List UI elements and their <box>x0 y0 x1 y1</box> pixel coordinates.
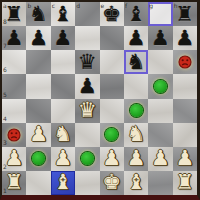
chess-board: ♜a8♞b♝cd♚e♝fg♜h♟7♟♟♟♟♟6♛♞5♟4♛3♟♞♞♟2♟♟♟♟♟… <box>2 2 197 195</box>
white-king-piece[interactable]: ♚ <box>102 172 121 193</box>
file-label-d: d <box>76 3 80 9</box>
square-a4[interactable]: 4 <box>2 99 26 123</box>
square-e1[interactable]: ♚ <box>100 171 124 195</box>
unsafe-move-face-icon[interactable] <box>7 128 21 142</box>
black-rook-piece[interactable]: ♜ <box>175 4 194 25</box>
white-bishop-piece[interactable]: ♝ <box>127 172 146 193</box>
rank-label-8: 8 <box>3 19 7 25</box>
legal-move-dot[interactable] <box>154 80 167 93</box>
white-pawn-piece[interactable]: ♟ <box>5 148 24 169</box>
file-label-h: h <box>174 3 178 9</box>
square-e8[interactable]: ♚e <box>100 2 124 26</box>
black-pawn-piece[interactable]: ♟ <box>29 28 48 49</box>
square-e7[interactable] <box>100 26 124 50</box>
rank-label-3: 3 <box>3 140 7 146</box>
square-d4[interactable]: ♛ <box>75 99 99 123</box>
rank-label-2: 2 <box>3 164 7 170</box>
square-b4[interactable] <box>26 99 50 123</box>
white-pawn-piece[interactable]: ♟ <box>102 148 121 169</box>
square-g4[interactable] <box>148 99 172 123</box>
square-g8[interactable]: g <box>148 2 172 26</box>
black-pawn-piece[interactable]: ♟ <box>175 28 194 49</box>
black-pawn-piece[interactable]: ♟ <box>54 28 73 49</box>
square-a1[interactable]: ♜1 <box>2 171 26 195</box>
square-h2[interactable]: ♟ <box>173 147 197 171</box>
square-h7[interactable]: ♟ <box>173 26 197 50</box>
square-b6[interactable] <box>26 50 50 74</box>
white-queen-piece[interactable]: ♛ <box>78 100 97 121</box>
square-g1[interactable] <box>148 171 172 195</box>
square-f3[interactable]: ♞ <box>124 123 148 147</box>
square-b2[interactable] <box>26 147 50 171</box>
square-a6[interactable]: 6 <box>2 50 26 74</box>
square-h1[interactable]: ♜ <box>173 171 197 195</box>
square-h6[interactable] <box>173 50 197 74</box>
file-label-f: f <box>125 3 127 9</box>
rank-label-6: 6 <box>3 67 7 73</box>
square-c5[interactable] <box>51 74 75 98</box>
black-knight-piece[interactable]: ♞ <box>127 52 146 73</box>
square-d7[interactable] <box>75 26 99 50</box>
rank-label-1: 1 <box>3 188 7 194</box>
square-h8[interactable]: ♜h <box>173 2 197 26</box>
black-pawn-piece[interactable]: ♟ <box>127 28 146 49</box>
square-d1[interactable] <box>75 171 99 195</box>
file-label-e: e <box>101 3 105 9</box>
black-queen-piece[interactable]: ♛ <box>78 52 97 73</box>
white-pawn-piece[interactable]: ♟ <box>29 124 48 145</box>
legal-move-dot[interactable] <box>81 152 94 165</box>
square-b3[interactable]: ♟ <box>26 123 50 147</box>
white-rook-piece[interactable]: ♜ <box>175 172 194 193</box>
square-c3[interactable]: ♞ <box>51 123 75 147</box>
file-label-g: g <box>149 3 153 9</box>
square-a2[interactable]: ♟2 <box>2 147 26 171</box>
square-f7[interactable]: ♟ <box>124 26 148 50</box>
square-d3[interactable] <box>75 123 99 147</box>
square-g7[interactable]: ♟ <box>148 26 172 50</box>
square-a7[interactable]: ♟7 <box>2 26 26 50</box>
square-g5[interactable] <box>148 74 172 98</box>
square-c1[interactable]: ♝ <box>51 171 75 195</box>
square-h4[interactable] <box>173 99 197 123</box>
legal-move-dot[interactable] <box>105 128 118 141</box>
unsafe-move-face-icon[interactable] <box>178 55 192 69</box>
rank-label-7: 7 <box>3 43 7 49</box>
square-c2[interactable]: ♟ <box>51 147 75 171</box>
square-b8[interactable]: ♞b <box>26 2 50 26</box>
black-rook-piece[interactable]: ♜ <box>5 4 24 25</box>
black-king-piece[interactable]: ♚ <box>102 4 121 25</box>
black-bishop-piece[interactable]: ♝ <box>54 4 73 25</box>
square-h3[interactable] <box>173 123 197 147</box>
white-rook-piece[interactable]: ♜ <box>5 172 24 193</box>
square-e4[interactable] <box>100 99 124 123</box>
chess-board-frame: ♜a8♞b♝cd♚e♝fg♜h♟7♟♟♟♟♟6♛♞5♟4♛3♟♞♞♟2♟♟♟♟♟… <box>0 0 200 200</box>
legal-move-dot[interactable] <box>130 104 143 117</box>
square-b1[interactable] <box>26 171 50 195</box>
black-knight-piece[interactable]: ♞ <box>29 4 48 25</box>
square-g3[interactable] <box>148 123 172 147</box>
square-c8[interactable]: ♝c <box>51 2 75 26</box>
white-pawn-piece[interactable]: ♟ <box>175 148 194 169</box>
square-d2[interactable] <box>75 147 99 171</box>
file-label-b: b <box>27 3 31 9</box>
square-c4[interactable] <box>51 99 75 123</box>
white-knight-piece[interactable]: ♞ <box>54 124 73 145</box>
white-pawn-piece[interactable]: ♟ <box>54 148 73 169</box>
square-f6[interactable]: ♞ <box>124 50 148 74</box>
square-d8[interactable]: d <box>75 2 99 26</box>
file-label-a: a <box>3 3 7 9</box>
square-b5[interactable] <box>26 74 50 98</box>
square-e2[interactable]: ♟ <box>100 147 124 171</box>
square-a3[interactable]: 3 <box>2 123 26 147</box>
black-pawn-piece[interactable]: ♟ <box>78 76 97 97</box>
white-knight-piece[interactable]: ♞ <box>127 124 146 145</box>
square-e6[interactable] <box>100 50 124 74</box>
rank-label-4: 4 <box>3 116 7 122</box>
legal-move-dot[interactable] <box>32 152 45 165</box>
square-g6[interactable] <box>148 50 172 74</box>
white-pawn-piece[interactable]: ♟ <box>127 148 146 169</box>
black-bishop-piece[interactable]: ♝ <box>127 4 146 25</box>
square-e5[interactable] <box>100 74 124 98</box>
square-f2[interactable]: ♟ <box>124 147 148 171</box>
square-f5[interactable] <box>124 74 148 98</box>
square-c7[interactable]: ♟ <box>51 26 75 50</box>
rank-label-5: 5 <box>3 92 7 98</box>
square-c6[interactable] <box>51 50 75 74</box>
square-d6[interactable]: ♛ <box>75 50 99 74</box>
square-f8[interactable]: ♝f <box>124 2 148 26</box>
square-b7[interactable]: ♟ <box>26 26 50 50</box>
square-f1[interactable]: ♝ <box>124 171 148 195</box>
square-e3[interactable] <box>100 123 124 147</box>
square-g2[interactable]: ♟ <box>148 147 172 171</box>
square-h5[interactable] <box>173 74 197 98</box>
file-label-c: c <box>52 3 55 9</box>
square-f4[interactable] <box>124 99 148 123</box>
square-a8[interactable]: ♜a8 <box>2 2 26 26</box>
black-pawn-piece[interactable]: ♟ <box>5 28 24 49</box>
square-a5[interactable]: 5 <box>2 74 26 98</box>
black-pawn-piece[interactable]: ♟ <box>151 28 170 49</box>
square-d5[interactable]: ♟ <box>75 74 99 98</box>
white-pawn-piece[interactable]: ♟ <box>151 148 170 169</box>
white-bishop-piece[interactable]: ♝ <box>54 172 73 193</box>
